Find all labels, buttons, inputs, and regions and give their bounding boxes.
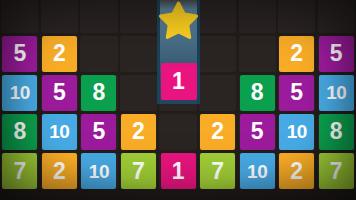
- grid-cell: [120, 75, 157, 111]
- tile-8: 8: [240, 75, 275, 111]
- grid-cell: [80, 0, 117, 33]
- tile-5: 5: [240, 114, 275, 150]
- grid-cell: [239, 0, 276, 33]
- tile-2: 2: [279, 153, 314, 189]
- grid-cell: [80, 36, 117, 72]
- grid-cell: [120, 36, 157, 72]
- tile-7: 7: [2, 153, 37, 189]
- tile-10: 10: [81, 153, 116, 189]
- tile-8: 8: [2, 114, 37, 150]
- tile-2: 2: [42, 36, 77, 72]
- tile-8: 8: [319, 114, 354, 150]
- tile-5: 5: [279, 75, 314, 111]
- grid-cell: [199, 0, 236, 33]
- grid-cell: [159, 114, 196, 150]
- tile-2: 2: [200, 114, 235, 150]
- tile-10: 10: [2, 75, 37, 111]
- tile-2: 2: [279, 36, 314, 72]
- tile-5: 5: [319, 36, 354, 72]
- tile-5: 5: [42, 75, 77, 111]
- grid-cell: [318, 0, 355, 33]
- tile-5: 5: [81, 114, 116, 150]
- grid-cell: [199, 75, 236, 111]
- tile-1: 1: [161, 153, 196, 189]
- tile-10: 10: [240, 153, 275, 189]
- tile-8: 8: [81, 75, 116, 111]
- tile-10: 10: [319, 75, 354, 111]
- tile-7: 7: [200, 153, 235, 189]
- grid-cell: [199, 36, 236, 72]
- tile-5: 5: [2, 36, 37, 72]
- star-icon: [158, 0, 199, 41]
- grid-cell: [278, 0, 315, 33]
- grid-cell: [239, 36, 276, 72]
- falling-tile[interactable]: 1: [161, 63, 197, 100]
- grid-cell: [41, 0, 78, 33]
- tile-2: 2: [42, 153, 77, 189]
- grid-cell: [1, 0, 38, 33]
- grid-cell: [120, 0, 157, 33]
- tile-2: 2: [121, 114, 156, 150]
- tile-10: 10: [42, 114, 77, 150]
- tile-7: 7: [319, 153, 354, 189]
- game-board[interactable]: 1 522510588510810522510872107171027: [0, 0, 356, 200]
- tile-10: 10: [279, 114, 314, 150]
- tile-7: 7: [121, 153, 156, 189]
